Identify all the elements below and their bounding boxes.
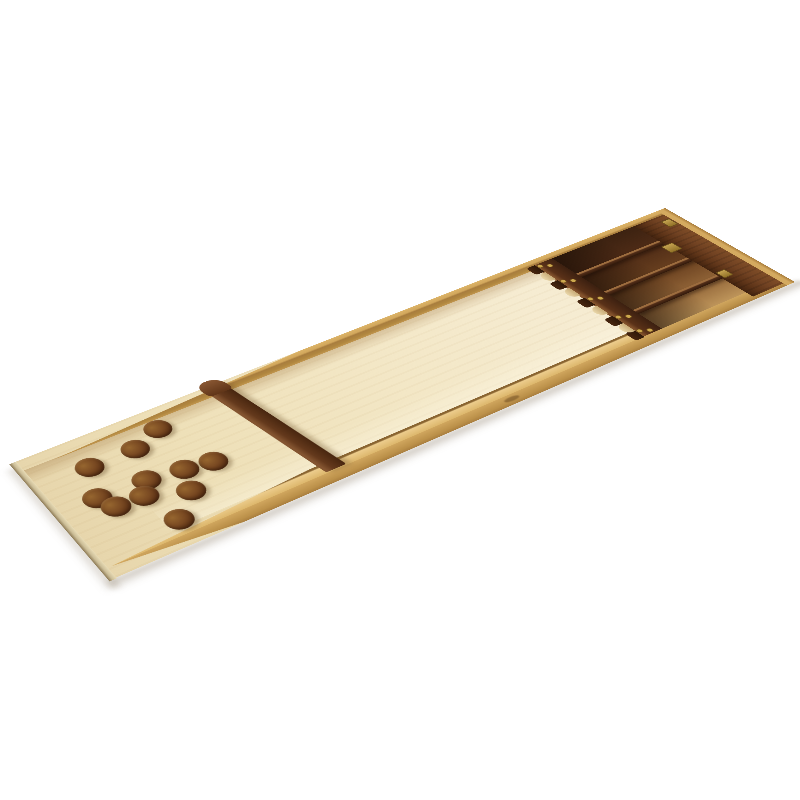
brass-pin — [597, 297, 603, 300]
brass-pin — [547, 264, 553, 267]
brass-pin — [646, 328, 652, 331]
product-photo-scene — [0, 0, 800, 800]
sjoelbak-board — [15, 208, 795, 578]
brass-pin — [570, 279, 576, 282]
brass-pin — [625, 315, 631, 318]
